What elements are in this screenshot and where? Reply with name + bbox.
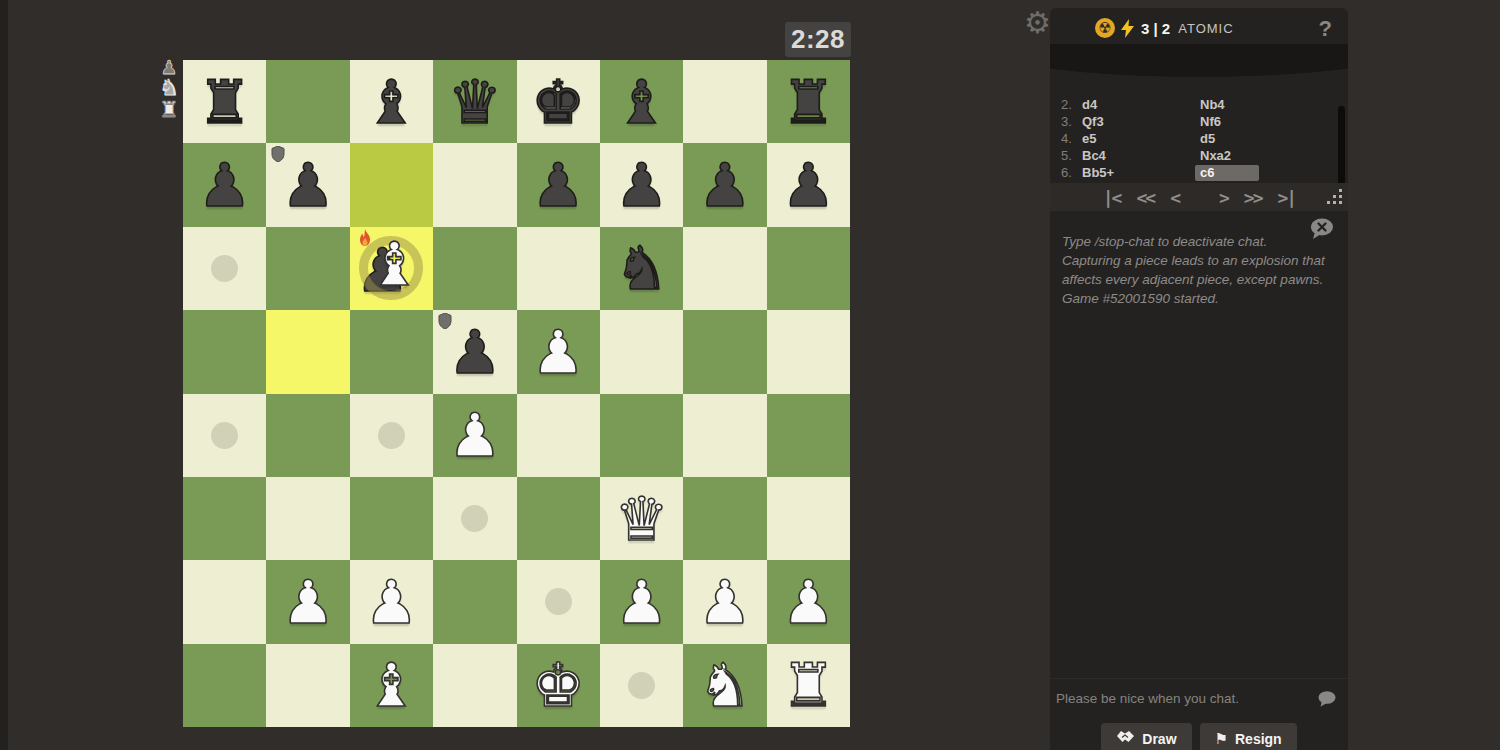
piece-black-r-a8: ♜ — [183, 60, 266, 143]
chat-message-list: Type /stop-chat to deactivate chat.Captu… — [1062, 232, 1332, 308]
piece-black-r-h8: ♜ — [767, 60, 850, 143]
draw-button[interactable]: Draw — [1101, 723, 1191, 750]
square-h5[interactable] — [767, 310, 850, 393]
draw-label: Draw — [1142, 731, 1176, 747]
square-b6[interactable] — [266, 227, 349, 310]
square-h2[interactable]: ♟ — [767, 560, 850, 643]
piece-black-b-c8: ♝ — [350, 60, 433, 143]
square-f6[interactable]: ♞ — [600, 227, 683, 310]
square-f8[interactable]: ♝ — [600, 60, 683, 143]
move-navigation-bar: |<<<<>>>>| — [1050, 183, 1348, 211]
resign-label: Resign — [1235, 731, 1282, 747]
variant-label: ATOMIC — [1178, 21, 1233, 36]
move-number: 2. — [1050, 97, 1072, 112]
square-c8[interactable]: ♝ — [350, 60, 433, 143]
move-black-Nb4[interactable]: Nb4 — [1195, 97, 1259, 112]
square-b3[interactable] — [266, 477, 349, 560]
piece-black-b-f8: ♝ — [600, 60, 683, 143]
piece-white-p-d4: ♟ — [433, 394, 516, 477]
square-e8[interactable]: ♚ — [517, 60, 600, 143]
piece-white-p-c2: ♟ — [350, 560, 433, 643]
captured-pieces-tray: ♟♞♜ — [154, 58, 184, 121]
square-h6[interactable] — [767, 227, 850, 310]
game-info-header: ☢ 3 | 2 ATOMIC ? — [1050, 8, 1348, 48]
square-c7[interactable] — [350, 143, 433, 226]
square-b7[interactable]: ♟ — [266, 143, 349, 226]
time-control-label: 3 | 2 — [1141, 20, 1170, 37]
piece-white-q-f3: ♛ — [600, 477, 683, 560]
square-f4[interactable] — [600, 394, 683, 477]
chat-message: Game #52001590 started. — [1062, 289, 1332, 308]
square-b1[interactable] — [266, 644, 349, 727]
square-f3[interactable]: ♛ — [600, 477, 683, 560]
square-c6[interactable]: ♟♝ — [350, 227, 433, 310]
move-row: 5.Bc4Nxa2 — [1050, 147, 1348, 164]
resign-button[interactable]: ⚑ Resign — [1200, 723, 1297, 750]
square-d1[interactable] — [433, 644, 516, 727]
nav-back-fast-button[interactable]: << — [1131, 187, 1159, 208]
square-b5[interactable] — [266, 310, 349, 393]
square-d8[interactable]: ♛ — [433, 60, 516, 143]
resize-handle[interactable] — [1327, 189, 1342, 204]
legal-move-dot — [211, 255, 238, 282]
piece-white-p-e5: ♟ — [517, 310, 600, 393]
chat-bubble-icon[interactable] — [1318, 691, 1336, 711]
square-a8[interactable]: ♜ — [183, 60, 266, 143]
handshake-icon — [1116, 730, 1135, 747]
nav-forward-button[interactable]: > — [1214, 187, 1233, 208]
square-e3[interactable] — [517, 477, 600, 560]
move-number: 4. — [1050, 131, 1072, 146]
square-a6[interactable] — [183, 227, 266, 310]
square-d4[interactable]: ♟ — [433, 394, 516, 477]
piece-white-p-h2: ♟ — [767, 560, 850, 643]
piece-white-p-f2: ♟ — [600, 560, 683, 643]
chat-divider — [1050, 678, 1348, 679]
square-b2[interactable]: ♟ — [266, 560, 349, 643]
square-a7[interactable]: ♟ — [183, 143, 266, 226]
piece-black-q-d8: ♛ — [433, 60, 516, 143]
square-a3[interactable] — [183, 477, 266, 560]
legal-move-dot — [545, 588, 572, 615]
captured-white-r-icon: ♜ — [159, 99, 179, 121]
piece-black-p-e7: ♟ — [517, 143, 600, 226]
square-g2[interactable]: ♟ — [683, 560, 766, 643]
square-d6[interactable] — [433, 227, 516, 310]
move-white-Qf3[interactable]: Qf3 — [1072, 114, 1195, 129]
piece-white-k-e1: ♚ — [517, 644, 600, 727]
move-row: 4.e5d5 — [1050, 130, 1348, 147]
chat-input[interactable] — [1056, 686, 1316, 710]
square-g6[interactable] — [683, 227, 766, 310]
move-list-scrollbar[interactable] — [1338, 106, 1345, 186]
square-g1[interactable]: ♞ — [683, 644, 766, 727]
move-row: 6.Bb5+c6 — [1050, 164, 1348, 181]
chat-message: Type /stop-chat to deactivate chat. — [1062, 232, 1332, 251]
blitz-bolt-icon — [1121, 19, 1134, 38]
action-buttons: Draw ⚑ Resign — [1050, 723, 1348, 750]
move-black-Nf6[interactable]: Nf6 — [1195, 114, 1259, 129]
piece-black-p-a7: ♟ — [183, 143, 266, 226]
square-c1[interactable]: ♝ — [350, 644, 433, 727]
piece-white-p-g2: ♟ — [683, 560, 766, 643]
app-window: ♟♞♜ ♜♝♛♚♝♜♟♟♟♟♟♟♟♝♞♟♟♟♛♟♟♟♟♟♝♚♞♜ 2:28 ⚙ … — [0, 0, 1500, 750]
shield-icon — [271, 146, 285, 166]
square-h4[interactable] — [767, 394, 850, 477]
move-white-d4[interactable]: d4 — [1072, 97, 1195, 112]
square-c2[interactable]: ♟ — [350, 560, 433, 643]
move-black-d5[interactable]: d5 — [1195, 131, 1259, 146]
square-e2[interactable] — [517, 560, 600, 643]
move-black-c6[interactable]: c6 — [1195, 165, 1259, 181]
chat-message: Capturing a piece leads to an explosion … — [1062, 251, 1332, 289]
square-a1[interactable] — [183, 644, 266, 727]
square-d3[interactable] — [433, 477, 516, 560]
piece-white-b-c1: ♝ — [350, 644, 433, 727]
square-f7[interactable]: ♟ — [600, 143, 683, 226]
captured-white-n-icon: ♞ — [159, 77, 179, 99]
move-white-Bc4[interactable]: Bc4 — [1072, 148, 1195, 163]
move-black-Nxa2[interactable]: Nxa2 — [1195, 148, 1259, 163]
move-number: 6. — [1050, 165, 1072, 180]
square-c4[interactable] — [350, 394, 433, 477]
board[interactable]: ♜♝♛♚♝♜♟♟♟♟♟♟♟♝♞♟♟♟♛♟♟♟♟♟♝♚♞♜ — [183, 60, 850, 727]
square-f5[interactable] — [600, 310, 683, 393]
legal-move-dot — [211, 422, 238, 449]
square-a2[interactable] — [183, 560, 266, 643]
square-h1[interactable]: ♜ — [767, 644, 850, 727]
nav-back-button[interactable]: < — [1165, 187, 1184, 208]
square-c3[interactable] — [350, 477, 433, 560]
clock-time: 2:28 — [791, 24, 845, 55]
square-d5[interactable]: ♟ — [433, 310, 516, 393]
move-white-e5[interactable]: e5 — [1072, 131, 1195, 146]
resign-flag-icon: ⚑ — [1215, 730, 1228, 748]
side-panel: ☢ 3 | 2 ATOMIC ? 2.d4Nb43.Qf3Nf64.e5d55.… — [1050, 8, 1348, 750]
square-e7[interactable]: ♟ — [517, 143, 600, 226]
piece-black-p-h7: ♟ — [767, 143, 850, 226]
square-h8[interactable]: ♜ — [767, 60, 850, 143]
move-row: 3.Qf3Nf6 — [1050, 113, 1348, 130]
square-b4[interactable] — [266, 394, 349, 477]
atomic-radioactive-icon: ☢ — [1095, 18, 1115, 38]
move-number: 3. — [1050, 114, 1072, 129]
square-b8[interactable] — [266, 60, 349, 143]
square-a5[interactable] — [183, 310, 266, 393]
piece-black-p-g7: ♟ — [683, 143, 766, 226]
square-g5[interactable] — [683, 310, 766, 393]
nav-forward-fast-button[interactable]: >> — [1239, 187, 1267, 208]
settings-gear-icon[interactable]: ⚙ — [1024, 8, 1051, 38]
legal-move-dot — [628, 672, 655, 699]
piece-white-n-g1: ♞ — [683, 644, 766, 727]
square-g3[interactable] — [683, 477, 766, 560]
piece-black-k-e8: ♚ — [517, 60, 600, 143]
square-g7[interactable]: ♟ — [683, 143, 766, 226]
square-g4[interactable] — [683, 394, 766, 477]
square-d7[interactable] — [433, 143, 516, 226]
square-e5[interactable]: ♟ — [517, 310, 600, 393]
square-a4[interactable] — [183, 394, 266, 477]
square-g8[interactable] — [683, 60, 766, 143]
square-f2[interactable]: ♟ — [600, 560, 683, 643]
left-edge-strip — [0, 0, 8, 750]
piece-white-p-b2: ♟ — [266, 560, 349, 643]
square-h7[interactable]: ♟ — [767, 143, 850, 226]
square-d2[interactable] — [433, 560, 516, 643]
move-number: 5. — [1050, 148, 1072, 163]
legal-move-dot — [378, 422, 405, 449]
legal-move-dot — [461, 505, 488, 532]
piece-white-r-h1: ♜ — [767, 644, 850, 727]
piece-black-p-f7: ♟ — [600, 143, 683, 226]
piece-black-n-f6: ♞ — [600, 227, 683, 310]
black-clock: 2:28 — [785, 22, 851, 57]
square-e1[interactable]: ♚ — [517, 644, 600, 727]
explosion-flame-icon — [357, 229, 373, 254]
square-e4[interactable] — [517, 394, 600, 477]
square-e6[interactable] — [517, 227, 600, 310]
square-f1[interactable] — [600, 644, 683, 727]
shield-icon — [438, 313, 452, 333]
nav-go-to-start-button[interactable]: |< — [1098, 187, 1126, 208]
help-button[interactable]: ? — [1319, 16, 1332, 42]
square-h3[interactable] — [767, 477, 850, 560]
move-list: 2.d4Nb43.Qf3Nf64.e5d55.Bc4Nxa26.Bb5+c6 — [1050, 96, 1348, 181]
move-white-Bb5+[interactable]: Bb5+ — [1072, 165, 1195, 180]
move-row: 2.d4Nb4 — [1050, 96, 1348, 113]
square-c5[interactable] — [350, 310, 433, 393]
nav-go-to-end-button[interactable]: >| — [1273, 187, 1301, 208]
